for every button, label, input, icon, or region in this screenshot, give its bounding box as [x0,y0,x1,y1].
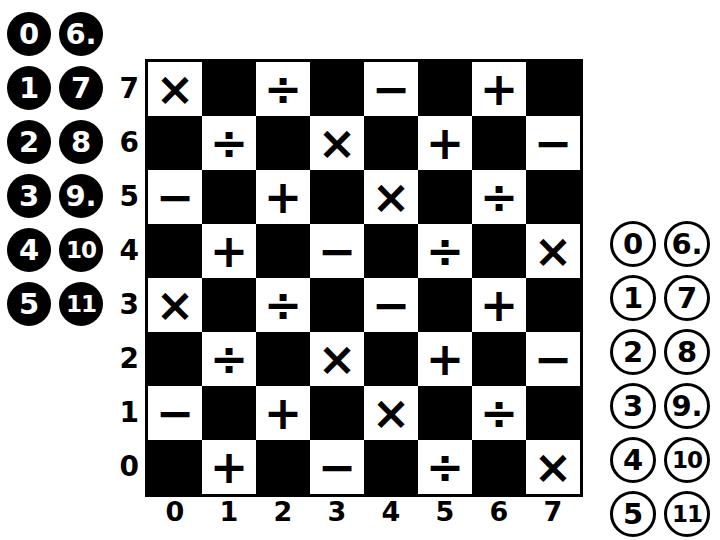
right-token-2[interactable]: 2 [610,329,656,375]
right-token-3[interactable]: 3 [610,383,656,429]
board-cell-r4-c5-operator[interactable]: ÷ [418,224,472,278]
board-cell-r7-c0-operator[interactable]: × [148,62,202,116]
col-label-0: 0 [148,494,202,528]
board-cell-r3-c6-operator[interactable]: + [472,278,526,332]
board-cell-r3-c3-black[interactable] [310,278,364,332]
left-token-0[interactable]: 0 [7,12,51,56]
board-cell-r5-c3-black[interactable] [310,170,364,224]
col-label-2: 2 [256,494,310,528]
board-cell-r2-c0-black[interactable] [148,332,202,386]
board-cell-r5-c2-operator[interactable]: + [256,170,310,224]
board-cell-r7-c5-black[interactable] [418,62,472,116]
board-cell-r1-c6-operator[interactable]: ÷ [472,386,526,440]
left-token-5[interactable]: 5 [7,282,51,326]
col-label-7: 7 [526,494,580,528]
board-cell-r6-c4-black[interactable] [364,116,418,170]
board-cell-r2-c1-operator[interactable]: ÷ [202,332,256,386]
board-cell-r2-c7-operator[interactable]: − [526,332,580,386]
board-cell-r3-c7-black[interactable] [526,278,580,332]
board-cell-r7-c1-black[interactable] [202,62,256,116]
col-label-1: 1 [202,494,256,528]
board-cell-r4-c4-black[interactable] [364,224,418,278]
board-cell-r0-c5-operator[interactable]: ÷ [418,440,472,494]
board-cell-r4-c2-black[interactable] [256,224,310,278]
board-cell-r3-c1-black[interactable] [202,278,256,332]
board-cell-r6-c6-black[interactable] [472,116,526,170]
board-cell-r2-c6-black[interactable] [472,332,526,386]
board-cell-r0-c0-black[interactable] [148,440,202,494]
right-token-10[interactable]: 10 [664,437,710,483]
board-cell-r7-c7-black[interactable] [526,62,580,116]
board-col-labels: 01234567 [148,494,580,528]
row-label-0: 0 [95,440,139,494]
board-cell-r1-c4-operator[interactable]: × [364,386,418,440]
board-cell-r1-c3-black[interactable] [310,386,364,440]
row-label-2: 2 [95,332,139,386]
right-token-11[interactable]: 11 [664,491,710,537]
board-cell-r1-c1-black[interactable] [202,386,256,440]
board-cell-r6-c2-black[interactable] [256,116,310,170]
board-cell-r6-c7-operator[interactable]: − [526,116,580,170]
board-row-labels: 76543210 [95,62,139,494]
board-cell-r0-c1-operator[interactable]: + [202,440,256,494]
board-cell-r7-c6-operator[interactable]: + [472,62,526,116]
right-token-0[interactable]: 0 [610,221,656,267]
board-cell-r0-c3-operator[interactable]: − [310,440,364,494]
board-cell-r2-c3-operator[interactable]: × [310,332,364,386]
board-cell-r0-c4-black[interactable] [364,440,418,494]
right-token-1[interactable]: 1 [610,275,656,321]
board-cell-r3-c0-operator[interactable]: × [148,278,202,332]
right-token-8[interactable]: 8 [664,329,710,375]
row-label-1: 1 [95,386,139,440]
board-cell-r5-c5-black[interactable] [418,170,472,224]
board-cell-r5-c7-black[interactable] [526,170,580,224]
left-token-4[interactable]: 4 [7,228,51,272]
board-cell-r3-c4-operator[interactable]: − [364,278,418,332]
board-cell-r7-c4-operator[interactable]: − [364,62,418,116]
board-cell-r1-c7-black[interactable] [526,386,580,440]
right-token-9[interactable]: 9. [664,383,710,429]
left-token-3[interactable]: 3 [7,174,51,218]
board-cell-r5-c4-operator[interactable]: × [364,170,418,224]
board-cell-r0-c6-black[interactable] [472,440,526,494]
right-token-6[interactable]: 6. [664,221,710,267]
board-cell-r7-c3-black[interactable] [310,62,364,116]
left-token-6[interactable]: 6. [59,12,103,56]
board-cell-r2-c2-black[interactable] [256,332,310,386]
board-cell-r7-c2-operator[interactable]: ÷ [256,62,310,116]
board-cell-r5-c6-operator[interactable]: ÷ [472,170,526,224]
right-token-5[interactable]: 5 [610,491,656,537]
right-token-4[interactable]: 4 [610,437,656,483]
board-cell-r4-c1-operator[interactable]: + [202,224,256,278]
board-cell-r6-c3-operator[interactable]: × [310,116,364,170]
right-token-tray: 06.172839.410511 [610,221,710,537]
board-cell-r5-c0-operator[interactable]: − [148,170,202,224]
row-label-5: 5 [95,170,139,224]
row-label-7: 7 [95,62,139,116]
board-cell-r4-c7-operator[interactable]: × [526,224,580,278]
row-label-6: 6 [95,116,139,170]
board-cell-r1-c5-black[interactable] [418,386,472,440]
left-token-tray: 06.172839.410511 [7,12,103,326]
board-cell-r5-c1-black[interactable] [202,170,256,224]
board-cell-r6-c1-operator[interactable]: ÷ [202,116,256,170]
col-label-5: 5 [418,494,472,528]
board-cell-r2-c4-black[interactable] [364,332,418,386]
row-label-4: 4 [95,224,139,278]
board-cell-r1-c0-operator[interactable]: − [148,386,202,440]
col-label-4: 4 [364,494,418,528]
left-token-2[interactable]: 2 [7,120,51,164]
puzzle-stage: 06.172839.410511 76543210 ×÷−+÷×+−−+×÷+−… [0,0,720,540]
board-cell-r1-c2-operator[interactable]: + [256,386,310,440]
board-cell-r0-c7-operator[interactable]: × [526,440,580,494]
board-cell-r6-c0-black[interactable] [148,116,202,170]
row-label-3: 3 [95,278,139,332]
board-cell-r4-c0-black[interactable] [148,224,202,278]
board-cell-r4-c3-operator[interactable]: − [310,224,364,278]
board-cell-r2-c5-operator[interactable]: + [418,332,472,386]
board-cell-r0-c2-black[interactable] [256,440,310,494]
right-token-7[interactable]: 7 [664,275,710,321]
board-cell-r3-c5-black[interactable] [418,278,472,332]
col-label-6: 6 [472,494,526,528]
left-token-1[interactable]: 1 [7,66,51,110]
col-label-3: 3 [310,494,364,528]
board-cell-r4-c6-black[interactable] [472,224,526,278]
board-cell-r3-c2-operator[interactable]: ÷ [256,278,310,332]
board-cell-r6-c5-operator[interactable]: + [418,116,472,170]
puzzle-board: ×÷−+÷×+−−+×÷+−÷××÷−+÷×+−−+×÷+−÷× [145,59,583,497]
